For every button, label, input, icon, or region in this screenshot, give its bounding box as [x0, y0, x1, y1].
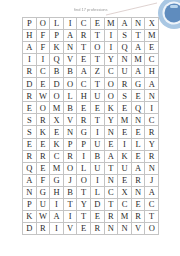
grid-cell: E	[77, 102, 90, 113]
grid-cell: E	[37, 139, 50, 150]
grid-cell: R	[37, 114, 50, 125]
logo-highlight-pill	[170, 5, 178, 8]
grid-cell: P	[23, 18, 36, 29]
grid-cell: I	[91, 175, 104, 186]
grid-cell: Y	[105, 114, 118, 125]
grid-cell: R	[37, 223, 50, 234]
grid-cell: C	[145, 199, 158, 210]
grid-cell: E	[145, 42, 158, 53]
grid-cell: R	[145, 126, 158, 137]
grid-cell: V	[64, 54, 77, 65]
grid-cell: Z	[91, 66, 104, 77]
grid-cell: B	[64, 187, 77, 198]
grid-cell: V	[132, 223, 145, 234]
grid-cell: A	[77, 66, 90, 77]
grid-cell: R	[77, 30, 90, 41]
grid-cell: A	[64, 30, 77, 41]
grid-cell: P	[23, 199, 36, 210]
grid-cell: T	[91, 78, 104, 89]
grid-cell: C	[77, 78, 90, 89]
grid-cell: C	[105, 187, 118, 198]
grid-cell: E	[77, 223, 90, 234]
grid-cell: C	[145, 54, 158, 65]
grid-cell: A	[50, 211, 63, 222]
grid-cell: D	[50, 78, 63, 89]
grid-cell: M	[118, 114, 131, 125]
grid-cell: G	[50, 175, 63, 186]
grid-cell: L	[64, 90, 77, 101]
grid-cell: H	[77, 90, 90, 101]
grid-cell: N	[23, 187, 36, 198]
grid-cell: M	[118, 211, 131, 222]
grid-cell: Q	[23, 163, 36, 174]
grid-cell: T	[91, 114, 104, 125]
grid-cell: S	[23, 126, 36, 137]
grid-cell: E	[132, 199, 145, 210]
grid-cell: I	[118, 139, 131, 150]
grid-cell: C	[50, 151, 63, 162]
grid-cell: K	[50, 139, 63, 150]
grid-cell: T	[145, 211, 158, 222]
grid-cell: U	[118, 66, 131, 77]
grid-cell: E	[37, 163, 50, 174]
grid-cell: Y	[145, 139, 158, 150]
grid-cell: K	[23, 211, 36, 222]
grid-cell: L	[91, 187, 104, 198]
grid-cell: R	[23, 66, 36, 77]
grid-cell: N	[118, 54, 131, 65]
grid-cell: R	[91, 223, 104, 234]
grid-cell: Q	[132, 102, 145, 113]
grid-cell: I	[105, 42, 118, 53]
grid-cell: N	[118, 223, 131, 234]
grid-cell: B	[50, 66, 63, 77]
worksheet-page: { "game": "word-search", "header": { "ca…	[0, 0, 180, 256]
grid-cell: T	[105, 199, 118, 210]
grid-cell: F	[37, 42, 50, 53]
grid-cell: R	[132, 175, 145, 186]
grid-cell: R	[132, 211, 145, 222]
grid-cell: F	[37, 30, 50, 41]
grid-cell: Y	[105, 54, 118, 65]
grid-cell: X	[118, 187, 131, 198]
grid-cell: E	[132, 90, 145, 101]
grid-cell: V	[64, 114, 77, 125]
grid-cell: M	[132, 54, 145, 65]
grid-cell: G	[132, 78, 145, 89]
grid-cell: D	[91, 199, 104, 210]
grid-cell: Q	[50, 54, 63, 65]
grid-cell: A	[23, 175, 36, 186]
grid-cell: E	[23, 139, 36, 150]
grid-cell: S	[118, 90, 131, 101]
grid-cell: R	[145, 151, 158, 162]
grid-cell: A	[145, 78, 158, 89]
grid-cell: E	[132, 151, 145, 162]
grid-cell: T	[91, 30, 104, 41]
grid-cell: A	[145, 187, 158, 198]
grid-cell: C	[118, 199, 131, 210]
grid-cell: E	[118, 175, 131, 186]
grid-cell: T	[105, 163, 118, 174]
grid-cell: S	[23, 114, 36, 125]
word-search-grid: POLICEMANXHFPARTISTMAFKNTOIQAEIIQVETYNMC…	[22, 17, 159, 235]
grid-cell: B	[91, 151, 104, 162]
grid-cell: R	[105, 211, 118, 222]
grid-cell: I	[77, 151, 90, 162]
grid-cell: R	[118, 78, 131, 89]
grid-cell: I	[64, 211, 77, 222]
grid-cell: N	[132, 187, 145, 198]
grid-cell: M	[145, 30, 158, 41]
grid-cell: O	[145, 223, 158, 234]
grid-cell: B	[64, 102, 77, 113]
grid-cell: K	[37, 126, 50, 137]
grid-cell: E	[77, 54, 90, 65]
grid-cell: E	[118, 126, 131, 137]
grid-cell: I	[23, 54, 36, 65]
grid-cell: O	[105, 78, 118, 89]
grid-cell: E	[132, 126, 145, 137]
grid-cell: E	[37, 78, 50, 89]
grid-cell: W	[37, 90, 50, 101]
grid-cell: O	[105, 90, 118, 101]
grid-cell: H	[145, 66, 158, 77]
grid-cell: P	[50, 30, 63, 41]
grid-cell: D	[23, 223, 36, 234]
grid-cell: T	[132, 30, 145, 41]
grid-cell: O	[77, 175, 90, 186]
grid-cell: T	[91, 54, 104, 65]
grid-cell: K	[105, 102, 118, 113]
grid-cell: A	[132, 66, 145, 77]
grid-cell: J	[64, 175, 77, 186]
grid-cell: M	[105, 18, 118, 29]
grid-cell: O	[37, 102, 50, 113]
grid-cell: U	[91, 139, 104, 150]
grid-cell: R	[64, 151, 77, 162]
grid-cell: C	[77, 18, 90, 29]
grid-cell: H	[23, 30, 36, 41]
grid-cell: M	[50, 102, 63, 113]
grid-cell: T	[77, 187, 90, 198]
grid-cell: U	[91, 163, 104, 174]
grid-cell: O	[91, 42, 104, 53]
grid-cell: K	[118, 151, 131, 162]
grid-cell: K	[50, 42, 63, 53]
grid-cell: O	[64, 78, 77, 89]
grid-cell: J	[145, 175, 158, 186]
grid-cell: A	[132, 42, 145, 53]
grid-cell: P	[77, 139, 90, 150]
grid-cell: N	[64, 126, 77, 137]
grid-cell: U	[37, 199, 50, 210]
grid-cell: N	[145, 163, 158, 174]
grid-cell: C	[105, 66, 118, 77]
grid-cell: S	[118, 30, 131, 41]
grid-cell: T	[77, 42, 90, 53]
grid-cell: E	[118, 102, 131, 113]
grid-cell: X	[145, 18, 158, 29]
grid-cell: U	[118, 163, 131, 174]
grid-cell: F	[37, 175, 50, 186]
grid-cell: E	[91, 102, 104, 113]
grid-cell: N	[145, 90, 158, 101]
grid-cell: E	[23, 102, 36, 113]
grid-cell: I	[105, 30, 118, 41]
grid-cell: G	[37, 187, 50, 198]
grid-cell: L	[77, 163, 90, 174]
grid-cell: N	[105, 223, 118, 234]
grid-cell: O	[37, 18, 50, 29]
grid-cell: I	[91, 126, 104, 137]
grid-cell: Q	[118, 42, 131, 53]
grid-cell: A	[23, 42, 36, 53]
grid-cell: O	[64, 163, 77, 174]
grid-cell: R	[23, 90, 36, 101]
grid-cell: I	[50, 199, 63, 210]
grid-cell: M	[50, 163, 63, 174]
grid-cell: E	[50, 126, 63, 137]
grid-cell: R	[37, 151, 50, 162]
grid-cell: B	[64, 66, 77, 77]
grid-cell: D	[23, 78, 36, 89]
grid-cell: L	[132, 139, 145, 150]
grid-cell: N	[64, 42, 77, 53]
grid-cell: A	[118, 18, 131, 29]
grid-cell: W	[37, 211, 50, 222]
grid-cell: C	[37, 66, 50, 77]
grid-cell: T	[77, 211, 90, 222]
grid-cell: T	[64, 199, 77, 210]
grid-cell: R	[23, 151, 36, 162]
grid-cell: N	[132, 114, 145, 125]
grid-cell: P	[64, 139, 77, 150]
grid-cell: L	[50, 18, 63, 29]
grid-cell: C	[145, 114, 158, 125]
grid-cell: R	[77, 114, 90, 125]
grid-cell: E	[91, 18, 104, 29]
grid-cell: E	[105, 139, 118, 150]
grid-cell: I	[64, 18, 77, 29]
grid-cell: O	[50, 90, 63, 101]
grid-cell: H	[50, 187, 63, 198]
grid-cell: A	[105, 151, 118, 162]
grid-cell: U	[91, 90, 104, 101]
grid-cell: N	[105, 126, 118, 137]
grid-cell: N	[132, 18, 145, 29]
grid-cell: V	[64, 223, 77, 234]
grid-cell: A	[132, 163, 145, 174]
grid-cell: I	[37, 54, 50, 65]
grid-cell: Y	[77, 199, 90, 210]
grid-cell: X	[50, 114, 63, 125]
grid-cell: N	[105, 175, 118, 186]
grid-cell: E	[91, 211, 104, 222]
grid-cell: G	[77, 126, 90, 137]
grid-cell: I	[50, 223, 63, 234]
grid-cell: I	[145, 102, 158, 113]
